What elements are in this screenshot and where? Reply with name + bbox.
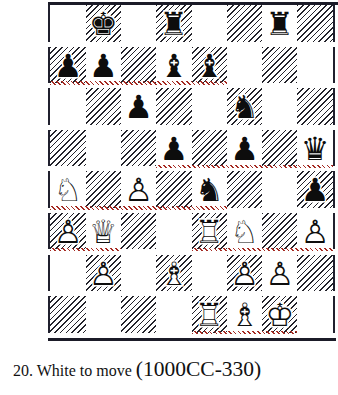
square-e3: ♜♖ <box>192 213 227 250</box>
square-b7: ♟♟ <box>86 47 121 84</box>
square-b6 <box>86 88 121 125</box>
square-h2 <box>297 255 332 292</box>
board-row-rank-8: ♚♚♜♜♜♜ <box>48 5 338 47</box>
piece-glyph: ♗ <box>227 296 262 333</box>
square-c8 <box>121 5 156 42</box>
square-h7 <box>297 47 332 84</box>
black-king-b8: ♚♚ <box>86 5 121 42</box>
caption: 20. White to move (1000CC-330) <box>13 357 261 382</box>
square-d3 <box>156 213 191 250</box>
square-f5: ♟♟ <box>227 130 262 167</box>
board-bottom-border <box>48 338 336 341</box>
square-g5 <box>262 130 297 167</box>
white-pawn-b2: ♟♙ <box>86 255 121 292</box>
board-right-border-segment <box>333 296 335 333</box>
square-c7 <box>121 47 156 84</box>
piece-glyph: ♟ <box>297 171 332 208</box>
board-row-rank-4: ♞♘♟♙♞♞♟♟ <box>48 171 338 213</box>
square-h5: ♛♛ <box>297 130 332 167</box>
square-c4: ♟♙ <box>121 171 156 208</box>
square-d6 <box>156 88 191 125</box>
white-king-g1: ♚♔ <box>262 296 297 333</box>
square-f2: ♟♙ <box>227 255 262 292</box>
square-f3: ♞♘ <box>227 213 262 250</box>
black-pawn-b7: ♟♟ <box>86 47 121 84</box>
square-c1 <box>121 296 156 333</box>
square-d2: ♝♗ <box>156 255 191 292</box>
white-knight-a4: ♞♘ <box>50 171 85 208</box>
red-squiggle-underline <box>192 331 298 334</box>
square-f4 <box>227 171 262 208</box>
black-bishop-e7: ♝♝ <box>192 47 227 84</box>
piece-glyph: ♘ <box>50 171 85 208</box>
white-knight-f3: ♞♘ <box>227 213 262 250</box>
white-bishop-f1: ♝♗ <box>227 296 262 333</box>
piece-glyph: ♝ <box>156 47 191 84</box>
board-row-rank-5: ♟♟♟♟♛♛ <box>48 130 338 172</box>
white-pawn-a3: ♟♙ <box>50 213 85 250</box>
square-g3 <box>262 213 297 250</box>
red-squiggle-underline <box>50 206 227 209</box>
board-right-border-segment <box>333 5 335 42</box>
piece-glyph: ♛ <box>297 130 332 167</box>
square-a5 <box>50 130 85 167</box>
chess-board: ♚♚♜♜♜♜♟♟♟♟♝♝♝♝♟♟♞♞♟♟♟♟♛♛♞♘♟♙♞♞♟♟♟♙♛♕♜♖♞♘… <box>48 5 338 338</box>
square-g2: ♟♙ <box>262 255 297 292</box>
board-right-border-segment <box>333 255 335 292</box>
square-h6 <box>297 88 332 125</box>
board-right-border-segment <box>333 213 335 250</box>
board-right-border-segment <box>333 171 335 208</box>
board-row-rank-6: ♟♟♞♞ <box>48 88 338 130</box>
red-squiggle-underline <box>156 165 333 168</box>
piece-glyph: ♙ <box>121 171 156 208</box>
square-a8 <box>50 5 85 42</box>
piece-glyph: ♙ <box>262 255 297 292</box>
piece-glyph: ♖ <box>192 296 227 333</box>
caption-source: (1000CC-330) <box>136 357 261 381</box>
piece-glyph: ♚ <box>86 5 121 42</box>
white-queen-b3: ♛♕ <box>86 213 121 250</box>
square-a3: ♟♙ <box>50 213 85 250</box>
white-pawn-c4: ♟♙ <box>121 171 156 208</box>
board-right-border-segment <box>333 88 335 125</box>
black-knight-e4: ♞♞ <box>192 171 227 208</box>
black-bishop-d7: ♝♝ <box>156 47 191 84</box>
piece-glyph: ♔ <box>262 296 297 333</box>
square-b3: ♛♕ <box>86 213 121 250</box>
white-rook-e3: ♜♖ <box>192 213 227 250</box>
square-g7 <box>262 47 297 84</box>
board-row-rank-3: ♟♙♛♕♜♖♞♘♟♙ <box>48 213 338 255</box>
piece-glyph: ♙ <box>227 255 262 292</box>
black-pawn-a7: ♟♟ <box>50 47 85 84</box>
square-b2: ♟♙ <box>86 255 121 292</box>
piece-glyph: ♘ <box>227 213 262 250</box>
black-pawn-d5: ♟♟ <box>156 130 191 167</box>
black-rook-d8: ♜♜ <box>156 5 191 42</box>
square-c2 <box>121 255 156 292</box>
red-squiggle-underline <box>192 248 333 251</box>
piece-glyph: ♙ <box>297 213 332 250</box>
white-pawn-g2: ♟♙ <box>262 255 297 292</box>
square-g4 <box>262 171 297 208</box>
square-a4: ♞♘ <box>50 171 85 208</box>
square-d7: ♝♝ <box>156 47 191 84</box>
square-c6: ♟♟ <box>121 88 156 125</box>
white-pawn-h3: ♟♙ <box>297 213 332 250</box>
square-e8 <box>192 5 227 42</box>
piece-glyph: ♝ <box>192 47 227 84</box>
piece-glyph: ♗ <box>156 255 191 292</box>
piece-glyph: ♞ <box>227 88 262 125</box>
piece-glyph: ♖ <box>192 213 227 250</box>
piece-glyph: ♕ <box>86 213 121 250</box>
square-b1 <box>86 296 121 333</box>
square-f1: ♝♗ <box>227 296 262 333</box>
piece-glyph: ♜ <box>156 5 191 42</box>
board-row-rank-2: ♟♙♝♗♟♙♟♙ <box>48 255 338 297</box>
board-right-border-segment <box>333 130 335 167</box>
white-bishop-d2: ♝♗ <box>156 255 191 292</box>
square-f6: ♞♞ <box>227 88 262 125</box>
black-pawn-h4: ♟♟ <box>297 171 332 208</box>
piece-glyph: ♙ <box>50 213 85 250</box>
piece-glyph: ♟ <box>156 130 191 167</box>
piece-glyph: ♟ <box>86 47 121 84</box>
piece-glyph: ♞ <box>192 171 227 208</box>
square-a2 <box>50 255 85 292</box>
black-pawn-f5: ♟♟ <box>227 130 262 167</box>
square-b4 <box>86 171 121 208</box>
square-f8 <box>227 5 262 42</box>
square-a7: ♟♟ <box>50 47 85 84</box>
square-g1: ♚♔ <box>262 296 297 333</box>
square-e2 <box>192 255 227 292</box>
square-e4: ♞♞ <box>192 171 227 208</box>
black-queen-h5: ♛♛ <box>297 130 332 167</box>
square-h8 <box>297 5 332 42</box>
square-a1 <box>50 296 85 333</box>
square-c3 <box>121 213 156 250</box>
piece-glyph: ♟ <box>50 47 85 84</box>
square-d4 <box>156 171 191 208</box>
square-a6 <box>50 88 85 125</box>
square-h3: ♟♙ <box>297 213 332 250</box>
black-rook-g8: ♜♜ <box>262 5 297 42</box>
square-h1 <box>297 296 332 333</box>
board-row-rank-7: ♟♟♟♟♝♝♝♝ <box>48 47 338 89</box>
square-g6 <box>262 88 297 125</box>
square-e6 <box>192 88 227 125</box>
white-pawn-f2: ♟♙ <box>227 255 262 292</box>
black-knight-f6: ♞♞ <box>227 88 262 125</box>
red-squiggle-underline <box>50 81 227 84</box>
piece-glyph: ♜ <box>262 5 297 42</box>
square-h4: ♟♟ <box>297 171 332 208</box>
square-d8: ♜♜ <box>156 5 191 42</box>
square-c5 <box>121 130 156 167</box>
square-e1: ♜♖ <box>192 296 227 333</box>
square-f7 <box>227 47 262 84</box>
piece-glyph: ♟ <box>227 130 262 167</box>
square-b8: ♚♚ <box>86 5 121 42</box>
square-b5 <box>86 130 121 167</box>
piece-glyph: ♙ <box>86 255 121 292</box>
square-d5: ♟♟ <box>156 130 191 167</box>
black-pawn-c6: ♟♟ <box>121 88 156 125</box>
square-g8: ♜♜ <box>262 5 297 42</box>
board-right-border-segment <box>333 47 335 84</box>
caption-prefix: 20. White to move <box>13 362 136 379</box>
piece-glyph: ♟ <box>121 88 156 125</box>
square-d1 <box>156 296 191 333</box>
square-e7: ♝♝ <box>192 47 227 84</box>
red-squiggle-underline <box>50 248 121 251</box>
square-e5 <box>192 130 227 167</box>
board-row-rank-1: ♜♖♝♗♚♔ <box>48 296 338 338</box>
white-rook-e1: ♜♖ <box>192 296 227 333</box>
